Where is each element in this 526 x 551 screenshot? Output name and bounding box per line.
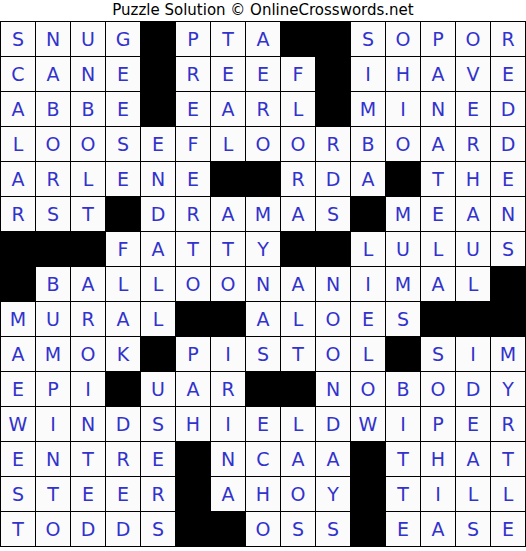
letter-cell: T (211, 22, 246, 57)
letter-cell: N (71, 407, 106, 442)
letter-cell: N (211, 442, 246, 477)
page-title: Puzzle Solution © OnlineCrosswords.net (0, 0, 526, 21)
block-cell (106, 372, 141, 407)
letter-cell: A (106, 302, 141, 337)
letter-cell: O (316, 302, 351, 337)
letter-cell: O (36, 127, 71, 162)
block-cell (281, 22, 316, 57)
letter-cell: O (281, 127, 316, 162)
letter-cell: O (71, 337, 106, 372)
letter-cell: A (351, 162, 386, 197)
letter-cell: E (456, 407, 491, 442)
letter-cell: R (176, 57, 211, 92)
block-cell (316, 232, 351, 267)
block-cell (491, 267, 526, 302)
letter-cell: T (491, 442, 526, 477)
puzzle-solution-page: Puzzle Solution © OnlineCrosswords.net S… (0, 0, 526, 551)
letter-cell: T (36, 477, 71, 512)
letter-cell: T (211, 232, 246, 267)
letter-cell: T (281, 337, 316, 372)
letter-cell: T (71, 197, 106, 232)
letter-cell: M (491, 337, 526, 372)
letter-cell: D (491, 127, 526, 162)
letter-cell: A (71, 267, 106, 302)
letter-cell: O (281, 477, 316, 512)
letter-cell: H (421, 442, 456, 477)
letter-cell: D (316, 407, 351, 442)
letter-cell: H (246, 477, 281, 512)
letter-cell: S (351, 22, 386, 57)
block-cell (176, 442, 211, 477)
letter-cell: E (106, 477, 141, 512)
block-cell (141, 22, 176, 57)
letter-cell: D (456, 372, 491, 407)
letter-cell: A (456, 197, 491, 232)
letter-cell: L (351, 232, 386, 267)
letter-cell: K (106, 337, 141, 372)
letter-cell: F (176, 127, 211, 162)
letter-cell: O (351, 372, 386, 407)
letter-cell: C (246, 442, 281, 477)
letter-cell: A (211, 477, 246, 512)
letter-cell: S (316, 512, 351, 547)
letter-cell: E (386, 512, 421, 547)
letter-cell: O (386, 22, 421, 57)
letter-cell: N (421, 92, 456, 127)
block-cell (386, 162, 421, 197)
letter-cell: F (106, 232, 141, 267)
letter-cell: A (176, 372, 211, 407)
letter-cell: A (281, 442, 316, 477)
block-cell (1, 232, 36, 267)
letter-cell: R (246, 92, 281, 127)
letter-cell: N (141, 162, 176, 197)
block-cell (1, 267, 36, 302)
letter-cell: P (421, 407, 456, 442)
letter-cell: E (246, 407, 281, 442)
letter-cell: L (281, 407, 316, 442)
letter-cell: S (281, 512, 316, 547)
letter-cell: H (176, 407, 211, 442)
letter-cell: A (211, 197, 246, 232)
block-cell (246, 372, 281, 407)
letter-cell: E (491, 512, 526, 547)
letter-cell: I (71, 372, 106, 407)
letter-cell: U (456, 232, 491, 267)
letter-cell: L (1, 127, 36, 162)
block-cell (316, 22, 351, 57)
block-cell (211, 302, 246, 337)
letter-cell: W (351, 407, 386, 442)
letter-cell: E (456, 92, 491, 127)
letter-cell: E (246, 57, 281, 92)
letter-cell: R (36, 162, 71, 197)
letter-cell: D (316, 162, 351, 197)
block-cell (211, 512, 246, 547)
letter-cell: R (141, 477, 176, 512)
letter-cell: B (36, 267, 71, 302)
letter-cell: V (456, 57, 491, 92)
letter-cell: O (421, 372, 456, 407)
letter-cell: S (141, 407, 176, 442)
letter-cell: N (316, 267, 351, 302)
letter-cell: W (1, 407, 36, 442)
block-cell (316, 57, 351, 92)
letter-cell: D (141, 197, 176, 232)
block-cell (351, 512, 386, 547)
letter-cell: E (211, 57, 246, 92)
letter-cell: P (421, 22, 456, 57)
letter-cell: P (36, 372, 71, 407)
letter-cell: O (211, 267, 246, 302)
letter-cell: M (36, 337, 71, 372)
letter-cell: E (491, 162, 526, 197)
letter-cell: L (456, 267, 491, 302)
letter-cell: E (1, 442, 36, 477)
letter-cell: L (456, 477, 491, 512)
letter-cell: I (211, 407, 246, 442)
block-cell (36, 232, 71, 267)
letter-cell: I (351, 267, 386, 302)
letter-cell: O (246, 127, 281, 162)
letter-cell: I (456, 337, 491, 372)
letter-cell: S (421, 337, 456, 372)
letter-cell: Y (491, 372, 526, 407)
letter-cell: U (141, 372, 176, 407)
letter-cell: B (351, 127, 386, 162)
letter-cell: I (386, 92, 421, 127)
letter-cell: D (106, 512, 141, 547)
letter-cell: R (1, 197, 36, 232)
letter-cell: R (491, 407, 526, 442)
block-cell (106, 197, 141, 232)
letter-cell: S (456, 512, 491, 547)
letter-cell: A (211, 92, 246, 127)
letter-cell: P (176, 337, 211, 372)
letter-cell: N (36, 442, 71, 477)
letter-cell: G (106, 22, 141, 57)
letter-cell: S (1, 477, 36, 512)
block-cell (71, 232, 106, 267)
letter-cell: S (1, 22, 36, 57)
letter-cell: T (421, 162, 456, 197)
letter-cell: S (36, 197, 71, 232)
block-cell (491, 302, 526, 337)
letter-cell: E (351, 302, 386, 337)
letter-cell: M (386, 197, 421, 232)
letter-cell: H (456, 162, 491, 197)
letter-cell: S (316, 197, 351, 232)
letter-cell: L (141, 267, 176, 302)
letter-cell: R (71, 302, 106, 337)
letter-cell: P (176, 22, 211, 57)
letter-cell: I (351, 57, 386, 92)
letter-cell: E (106, 92, 141, 127)
block-cell (351, 442, 386, 477)
letter-cell: M (386, 267, 421, 302)
letter-cell: S (491, 232, 526, 267)
letter-cell: I (386, 407, 421, 442)
letter-cell: R (106, 442, 141, 477)
letter-cell: T (386, 442, 421, 477)
letter-cell: L (281, 302, 316, 337)
letter-cell: O (176, 267, 211, 302)
letter-cell: O (71, 127, 106, 162)
block-cell (281, 372, 316, 407)
letter-cell: A (316, 442, 351, 477)
letter-cell: A (246, 302, 281, 337)
letter-cell: I (211, 337, 246, 372)
letter-cell: L (421, 232, 456, 267)
letter-cell: L (141, 302, 176, 337)
block-cell (316, 92, 351, 127)
letter-cell: L (106, 267, 141, 302)
letter-cell: L (351, 337, 386, 372)
letter-cell: R (211, 372, 246, 407)
letter-cell: A (281, 197, 316, 232)
letter-cell: U (386, 232, 421, 267)
letter-cell: R (281, 162, 316, 197)
letter-cell: I (36, 407, 71, 442)
letter-cell: E (106, 57, 141, 92)
letter-cell: T (71, 442, 106, 477)
letter-cell: A (456, 442, 491, 477)
letter-cell: Y (246, 232, 281, 267)
letter-cell: N (316, 372, 351, 407)
letter-cell: E (71, 477, 106, 512)
letter-cell: E (176, 162, 211, 197)
letter-cell: D (71, 512, 106, 547)
letter-cell: A (246, 22, 281, 57)
letter-cell: L (281, 92, 316, 127)
letter-cell: T (176, 232, 211, 267)
letter-cell: L (491, 477, 526, 512)
block-cell (176, 477, 211, 512)
letter-cell: S (141, 512, 176, 547)
letter-cell: B (71, 92, 106, 127)
block-cell (351, 197, 386, 232)
letter-cell: L (211, 127, 246, 162)
letter-cell: R (316, 127, 351, 162)
letter-cell: O (246, 512, 281, 547)
letter-cell: E (176, 92, 211, 127)
letter-cell: E (421, 197, 456, 232)
block-cell (141, 337, 176, 372)
block-cell (211, 162, 246, 197)
letter-cell: N (246, 267, 281, 302)
letter-cell: L (71, 162, 106, 197)
letter-cell: S (246, 337, 281, 372)
letter-cell: B (36, 92, 71, 127)
letter-cell: O (386, 127, 421, 162)
letter-cell: M (1, 302, 36, 337)
letter-cell: S (386, 302, 421, 337)
letter-cell: U (36, 302, 71, 337)
letter-cell: R (491, 22, 526, 57)
letter-cell: A (141, 232, 176, 267)
block-cell (141, 92, 176, 127)
letter-cell: O (316, 337, 351, 372)
block-cell (351, 477, 386, 512)
letter-cell: E (1, 372, 36, 407)
letter-cell: A (421, 57, 456, 92)
letter-cell: A (36, 57, 71, 92)
letter-cell: B (386, 372, 421, 407)
letter-cell: A (281, 267, 316, 302)
letter-cell: R (456, 127, 491, 162)
letter-cell: N (71, 57, 106, 92)
letter-cell: A (421, 512, 456, 547)
letter-cell: A (421, 127, 456, 162)
letter-cell: U (71, 22, 106, 57)
block-cell (281, 232, 316, 267)
block-cell (176, 512, 211, 547)
letter-cell: A (1, 92, 36, 127)
letter-cell: D (491, 92, 526, 127)
letter-cell: H (386, 57, 421, 92)
letter-cell: M (246, 197, 281, 232)
letter-cell: R (176, 197, 211, 232)
letter-cell: A (1, 162, 36, 197)
letter-cell: T (1, 512, 36, 547)
letter-cell: E (491, 57, 526, 92)
letter-cell: T (386, 477, 421, 512)
letter-cell: A (421, 267, 456, 302)
block-cell (456, 302, 491, 337)
letter-cell: S (106, 127, 141, 162)
letter-cell: C (1, 57, 36, 92)
block-cell (386, 337, 421, 372)
block-cell (176, 302, 211, 337)
letter-cell: M (351, 92, 386, 127)
letter-cell: O (36, 512, 71, 547)
crossword-grid: SNUGPTASOPORCANEREEFIHAVEABBEEARLMINEDLO… (0, 21, 526, 547)
block-cell (421, 302, 456, 337)
block-cell (246, 162, 281, 197)
letter-cell: E (141, 442, 176, 477)
letter-cell: N (36, 22, 71, 57)
letter-cell: E (106, 162, 141, 197)
letter-cell: Y (316, 477, 351, 512)
letter-cell: O (456, 22, 491, 57)
letter-cell: N (491, 197, 526, 232)
letter-cell: D (106, 407, 141, 442)
letter-cell: I (421, 477, 456, 512)
letter-cell: F (281, 57, 316, 92)
block-cell (141, 57, 176, 92)
letter-cell: E (141, 127, 176, 162)
letter-cell: A (1, 337, 36, 372)
